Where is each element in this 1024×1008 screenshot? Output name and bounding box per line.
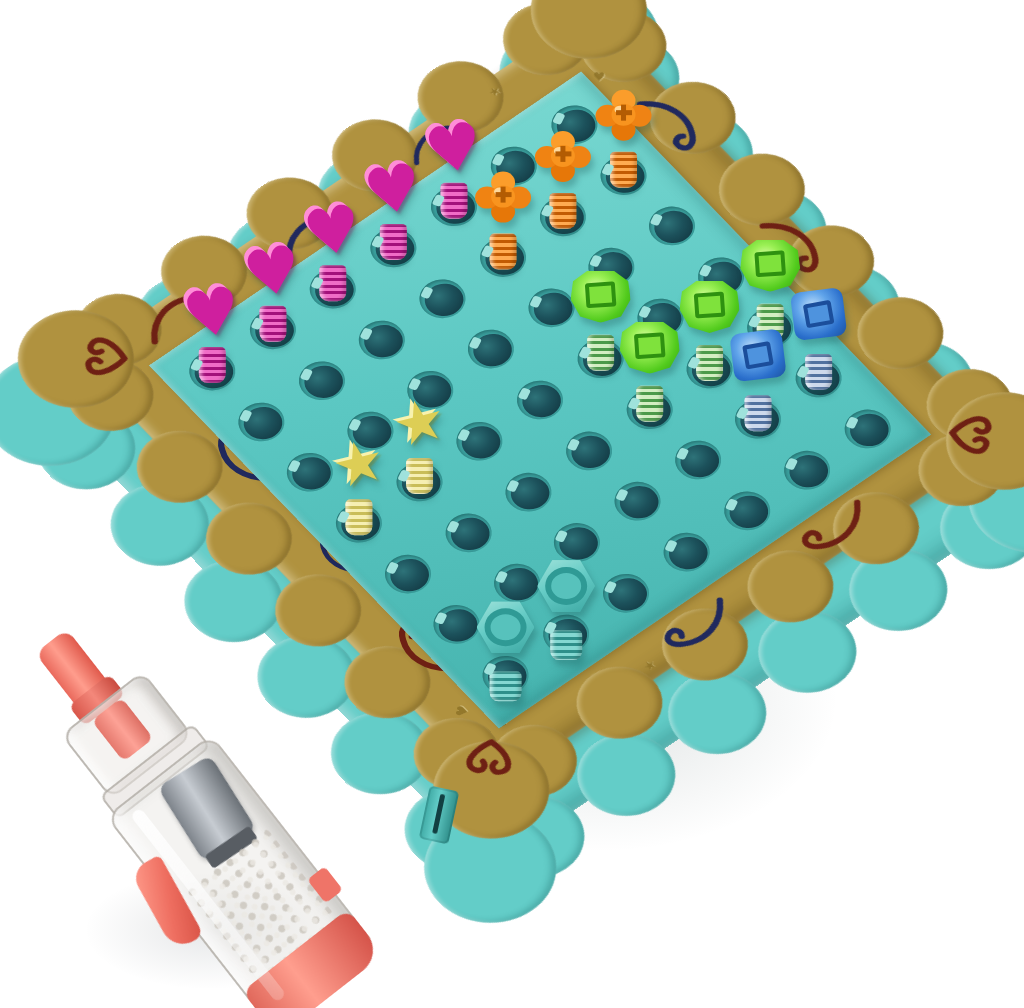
peg-hole[interactable] xyxy=(640,199,705,253)
peg-hole[interactable] xyxy=(229,395,294,449)
hex-bolt-head-icon xyxy=(537,560,595,612)
hex-bolt-head-icon xyxy=(477,601,535,653)
screw-shaft xyxy=(380,224,407,260)
peg-hole[interactable] xyxy=(594,566,659,620)
corner-heart-scroll-icon xyxy=(944,405,997,464)
product-photo: ♥ ♥ ★ ★ ♥ ♥ ♥♥♥♥♥★★ xyxy=(0,0,1024,1008)
screw-shaft xyxy=(489,233,516,269)
star-glyph-icon: ★ xyxy=(315,427,403,502)
peg-hole[interactable] xyxy=(836,402,901,456)
peg-hole[interactable] xyxy=(375,547,440,601)
corner-heart-scroll-icon xyxy=(80,327,133,386)
screw-shaft xyxy=(587,335,614,371)
drill-chuck xyxy=(92,697,154,761)
screw-shaft xyxy=(345,499,372,535)
peg-hole[interactable] xyxy=(459,322,524,376)
peg-hole[interactable] xyxy=(410,271,475,325)
peg-hole[interactable] xyxy=(605,474,670,528)
screw-shaft xyxy=(696,345,723,381)
screw-shaft xyxy=(745,395,772,431)
flower-head-icon xyxy=(534,128,592,182)
embossed-heart-icon: ♥ xyxy=(452,704,472,718)
green-gem-head-icon xyxy=(680,281,740,333)
screw-shaft xyxy=(805,354,832,390)
flower-head-icon xyxy=(474,169,532,223)
green-gem-head-icon xyxy=(570,271,630,323)
screw-shaft xyxy=(319,265,346,301)
screw-shaft xyxy=(440,183,467,219)
screw-shaft xyxy=(636,386,663,422)
peg-hole[interactable] xyxy=(654,525,719,579)
embossed-heart-icon: ♥ xyxy=(593,70,606,84)
flower-head-icon xyxy=(594,87,652,141)
screw-shaft xyxy=(199,347,226,383)
peg-hole[interactable] xyxy=(775,443,840,497)
peg-hole[interactable] xyxy=(496,465,561,519)
peg-hole[interactable] xyxy=(557,424,622,478)
peg-hole[interactable] xyxy=(289,354,354,408)
screw-shaft xyxy=(490,671,522,701)
heart-glyph-icon: ♥ xyxy=(169,277,255,351)
screw-shaft xyxy=(259,306,286,342)
screw-shaft xyxy=(406,458,433,494)
peg-hole[interactable] xyxy=(436,506,501,560)
peg-hole[interactable] xyxy=(508,373,573,427)
screw-shaft xyxy=(549,192,576,228)
screw-shaft xyxy=(610,151,637,187)
peg-hole[interactable] xyxy=(715,484,780,538)
peg-hole[interactable] xyxy=(349,312,414,366)
blue-gem-head-icon xyxy=(730,328,787,382)
blue-gem-head-icon xyxy=(790,287,847,341)
corner-heart-scroll-icon xyxy=(454,735,524,779)
peg-hole[interactable] xyxy=(666,433,731,487)
screw-shaft xyxy=(550,630,582,660)
green-gem-head-icon xyxy=(619,322,679,374)
green-gem-head-icon xyxy=(740,240,800,292)
